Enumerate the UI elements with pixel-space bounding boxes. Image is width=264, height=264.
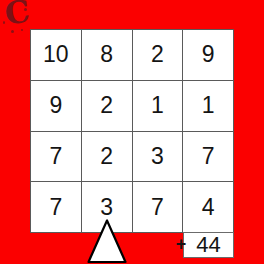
grid-cell-r2c1[interactable]: 9 [31, 81, 81, 131]
grid-cell-r4c4[interactable]: 4 [183, 182, 233, 232]
ink-speck [3, 21, 5, 24]
grid-cell-r2c4[interactable]: 1 [183, 81, 233, 131]
handwritten-c-mark: C [3, 0, 31, 29]
grid-cell-r4c1[interactable]: 7 [31, 182, 81, 232]
grid-cell-r3c2[interactable]: 2 [82, 132, 132, 182]
grid-cell-r3c4[interactable]: 7 [183, 132, 233, 182]
target-sum-box: 44 [183, 232, 234, 258]
puzzle-screen: C 10 8 2 9 9 2 1 1 7 2 3 7 7 3 7 4 + 44 [0, 0, 264, 264]
grid-cell-r2c2[interactable]: 2 [82, 81, 132, 131]
ink-speck [24, 8, 27, 11]
grid-cell-r4c3[interactable]: 7 [133, 182, 183, 232]
grid-cell-r1c3[interactable]: 2 [133, 30, 183, 80]
column-pointer-triangle[interactable] [85, 217, 129, 264]
grid-cell-r3c1[interactable]: 7 [31, 132, 81, 182]
grid-cell-r1c1[interactable]: 10 [31, 30, 81, 80]
plus-operator-label: + [173, 233, 189, 255]
ink-speck [21, 29, 23, 31]
grid-cell-r1c2[interactable]: 8 [82, 30, 132, 80]
grid-cell-r2c3[interactable]: 1 [133, 81, 183, 131]
number-grid: 10 8 2 9 9 2 1 1 7 2 3 7 7 3 7 4 [30, 29, 234, 233]
grid-cell-r3c3[interactable]: 3 [133, 132, 183, 182]
ink-speck [11, 30, 14, 33]
grid-cell-r1c4[interactable]: 9 [183, 30, 233, 80]
